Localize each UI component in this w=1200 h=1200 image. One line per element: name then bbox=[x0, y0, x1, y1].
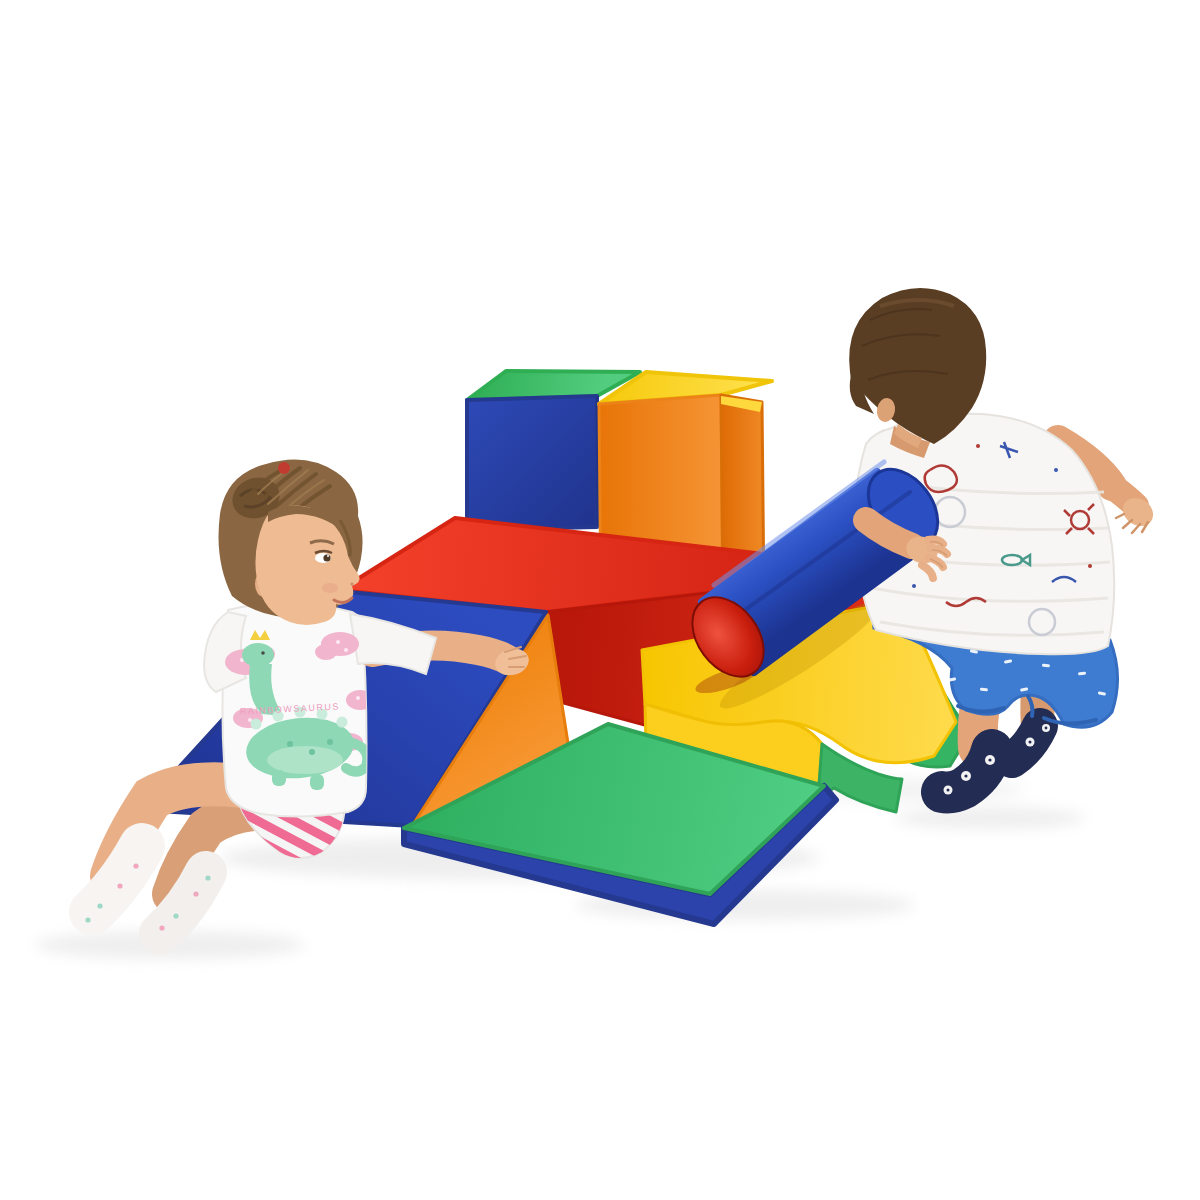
girl-head bbox=[219, 460, 363, 626]
dino-leg bbox=[272, 770, 286, 786]
dino-eye bbox=[261, 651, 265, 655]
dino-leg bbox=[310, 774, 324, 790]
girl-hair-tie bbox=[278, 462, 290, 474]
girl-blush bbox=[322, 583, 338, 593]
photo-stage: RAINBOWSAURUS bbox=[0, 0, 1200, 1200]
shadow-under-boy bbox=[895, 807, 1085, 829]
girl-eye-glint bbox=[327, 555, 329, 557]
girl-eye-iris bbox=[323, 554, 330, 561]
girl-nostril bbox=[350, 582, 353, 585]
blue-cube-front bbox=[467, 396, 597, 530]
photo-canvas: RAINBOWSAURUS bbox=[0, 0, 1200, 1200]
dino-head bbox=[242, 643, 274, 667]
dino-belly bbox=[267, 746, 343, 774]
